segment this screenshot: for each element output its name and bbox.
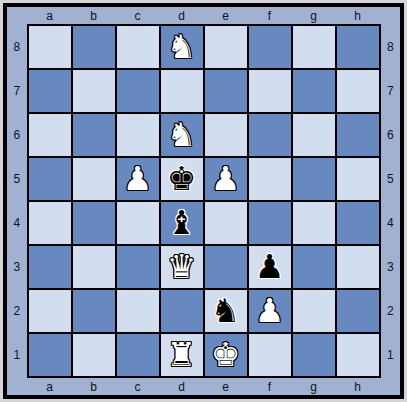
square-h3[interactable] xyxy=(337,246,379,288)
square-b4[interactable] xyxy=(73,202,115,244)
square-e3[interactable] xyxy=(205,246,247,288)
rank-label-6: 6 xyxy=(9,114,24,156)
square-d6[interactable]: ♞ xyxy=(161,114,203,156)
piece-white-knight[interactable]: ♞ xyxy=(167,114,197,156)
square-e5[interactable]: ♟ xyxy=(205,158,247,200)
file-label-e: e xyxy=(205,379,247,394)
file-label-b: b xyxy=(73,8,115,23)
piece-white-pawn[interactable]: ♟ xyxy=(211,158,241,200)
file-label-g: g xyxy=(293,8,335,23)
square-a7[interactable] xyxy=(29,70,71,112)
file-label-d: d xyxy=(161,379,203,394)
square-h1[interactable] xyxy=(337,334,379,376)
piece-black-bishop[interactable]: ♝ xyxy=(167,202,197,244)
square-c7[interactable] xyxy=(117,70,159,112)
chess-board: ♞♞♟♚♟♝♛♟♞♟♜♚ xyxy=(27,24,381,378)
piece-white-knight[interactable]: ♞ xyxy=(167,26,197,68)
square-h7[interactable] xyxy=(337,70,379,112)
square-b6[interactable] xyxy=(73,114,115,156)
square-a8[interactable] xyxy=(29,26,71,68)
square-b7[interactable] xyxy=(73,70,115,112)
piece-white-queen[interactable]: ♛ xyxy=(167,246,197,288)
square-g1[interactable] xyxy=(293,334,335,376)
file-labels-top: abcdefgh xyxy=(27,8,381,23)
square-e8[interactable] xyxy=(205,26,247,68)
square-a2[interactable] xyxy=(29,290,71,332)
corner-top-right xyxy=(383,8,398,23)
square-a4[interactable] xyxy=(29,202,71,244)
file-label-h: h xyxy=(337,379,379,394)
rank-labels-right: 87654321 xyxy=(383,24,398,378)
rank-label-2: 2 xyxy=(9,290,24,332)
rank-labels-left: 87654321 xyxy=(9,24,24,378)
square-c2[interactable] xyxy=(117,290,159,332)
square-g7[interactable] xyxy=(293,70,335,112)
rank-label-2: 2 xyxy=(383,290,398,332)
rank-label-7: 7 xyxy=(383,70,398,112)
square-h8[interactable] xyxy=(337,26,379,68)
rank-label-3: 3 xyxy=(9,246,24,288)
square-g6[interactable] xyxy=(293,114,335,156)
square-b8[interactable] xyxy=(73,26,115,68)
rank-label-8: 8 xyxy=(9,26,24,68)
file-label-f: f xyxy=(249,8,291,23)
corner-bottom-left xyxy=(9,379,24,394)
file-label-f: f xyxy=(249,379,291,394)
board-frame: abcdefgh 87654321 ♞♞♟♚♟♝♛♟♞♟♜♚ 87654321 … xyxy=(3,3,404,399)
square-a1[interactable] xyxy=(29,334,71,376)
square-c1[interactable] xyxy=(117,334,159,376)
file-label-c: c xyxy=(117,8,159,23)
square-f3[interactable]: ♟ xyxy=(249,246,291,288)
square-e1[interactable]: ♚ xyxy=(205,334,247,376)
rank-label-4: 4 xyxy=(9,202,24,244)
square-g5[interactable] xyxy=(293,158,335,200)
square-c8[interactable] xyxy=(117,26,159,68)
rank-label-7: 7 xyxy=(9,70,24,112)
square-g8[interactable] xyxy=(293,26,335,68)
file-label-e: e xyxy=(205,8,247,23)
piece-black-pawn[interactable]: ♟ xyxy=(255,246,285,288)
square-c4[interactable] xyxy=(117,202,159,244)
square-e4[interactable] xyxy=(205,202,247,244)
square-a3[interactable] xyxy=(29,246,71,288)
piece-white-pawn[interactable]: ♟ xyxy=(123,158,153,200)
corner-top-left xyxy=(9,8,24,23)
square-d4[interactable]: ♝ xyxy=(161,202,203,244)
file-label-d: d xyxy=(161,8,203,23)
piece-black-king[interactable]: ♚ xyxy=(167,158,197,200)
square-f2[interactable]: ♟ xyxy=(249,290,291,332)
square-d7[interactable] xyxy=(161,70,203,112)
file-labels-bottom: abcdefgh xyxy=(27,379,381,394)
square-f4[interactable] xyxy=(249,202,291,244)
square-d1[interactable]: ♜ xyxy=(161,334,203,376)
rank-label-1: 1 xyxy=(9,334,24,376)
square-c5[interactable]: ♟ xyxy=(117,158,159,200)
square-d3[interactable]: ♛ xyxy=(161,246,203,288)
square-c6[interactable] xyxy=(117,114,159,156)
piece-black-knight[interactable]: ♞ xyxy=(211,290,241,332)
square-e6[interactable] xyxy=(205,114,247,156)
square-h6[interactable] xyxy=(337,114,379,156)
square-h2[interactable] xyxy=(337,290,379,332)
square-a6[interactable] xyxy=(29,114,71,156)
piece-white-rook[interactable]: ♜ xyxy=(167,334,197,376)
square-d2[interactable] xyxy=(161,290,203,332)
square-f8[interactable] xyxy=(249,26,291,68)
rank-label-8: 8 xyxy=(383,26,398,68)
square-f1[interactable] xyxy=(249,334,291,376)
corner-bottom-right xyxy=(383,379,398,394)
square-h4[interactable] xyxy=(337,202,379,244)
square-h5[interactable] xyxy=(337,158,379,200)
square-g2[interactable] xyxy=(293,290,335,332)
file-label-a: a xyxy=(29,8,71,23)
square-b5[interactable] xyxy=(73,158,115,200)
page-background: abcdefgh 87654321 ♞♞♟♚♟♝♛♟♞♟♜♚ 87654321 … xyxy=(0,0,407,402)
square-f7[interactable] xyxy=(249,70,291,112)
square-f5[interactable] xyxy=(249,158,291,200)
rank-label-6: 6 xyxy=(383,114,398,156)
file-label-h: h xyxy=(337,8,379,23)
rank-label-1: 1 xyxy=(383,334,398,376)
rank-label-4: 4 xyxy=(383,202,398,244)
rank-label-5: 5 xyxy=(9,158,24,200)
square-d8[interactable]: ♞ xyxy=(161,26,203,68)
square-b3[interactable] xyxy=(73,246,115,288)
square-a5[interactable] xyxy=(29,158,71,200)
square-e2[interactable]: ♞ xyxy=(205,290,247,332)
square-b1[interactable] xyxy=(73,334,115,376)
piece-white-king[interactable]: ♚ xyxy=(211,334,241,376)
rank-label-3: 3 xyxy=(383,246,398,288)
piece-white-pawn[interactable]: ♟ xyxy=(255,290,285,332)
square-g4[interactable] xyxy=(293,202,335,244)
rank-label-5: 5 xyxy=(383,158,398,200)
file-label-g: g xyxy=(293,379,335,394)
square-d5[interactable]: ♚ xyxy=(161,158,203,200)
square-e7[interactable] xyxy=(205,70,247,112)
square-f6[interactable] xyxy=(249,114,291,156)
square-b2[interactable] xyxy=(73,290,115,332)
square-g3[interactable] xyxy=(293,246,335,288)
square-c3[interactable] xyxy=(117,246,159,288)
file-label-c: c xyxy=(117,379,159,394)
file-label-b: b xyxy=(73,379,115,394)
file-label-a: a xyxy=(29,379,71,394)
